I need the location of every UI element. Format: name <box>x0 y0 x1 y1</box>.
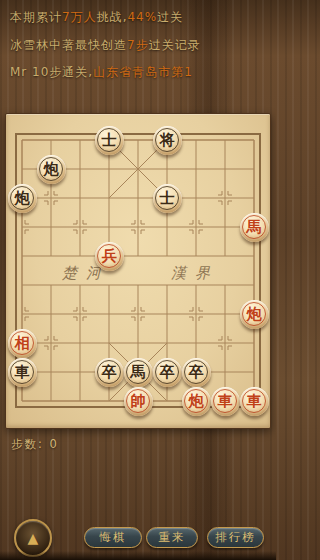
piece-black-車[interactable]: 車 <box>8 358 37 387</box>
move-counter: 步数: 0 <box>11 437 59 452</box>
restart-button[interactable]: 重来 <box>146 527 198 548</box>
stats-text: 过关 <box>157 10 183 24</box>
piece-red-兵[interactable]: 兵 <box>95 242 124 271</box>
piece-red-相[interactable]: 相 <box>8 329 37 358</box>
piece-red-炮[interactable]: 炮 <box>240 300 269 329</box>
piece-black-炮[interactable]: 炮 <box>8 184 37 213</box>
move-counter-value: 0 <box>50 437 59 451</box>
challenge-rank-line-3: Mr 10步通关,山东省青岛市第1 <box>10 64 193 81</box>
piece-red-帥[interactable]: 帥 <box>124 387 153 416</box>
challenge-stats-line-1: 本期累计7万人挑战,44%过关 <box>10 9 183 26</box>
piece-red-馬[interactable]: 馬 <box>240 213 269 242</box>
stats-highlight: 44% <box>127 10 157 24</box>
leaderboard-button[interactable]: 排行榜 <box>207 527 264 548</box>
piece-red-車[interactable]: 車 <box>240 387 269 416</box>
piece-black-馬[interactable]: 馬 <box>124 358 153 387</box>
piece-black-士[interactable]: 士 <box>153 184 182 213</box>
piece-black-卒[interactable]: 卒 <box>182 358 211 387</box>
piece-black-卒[interactable]: 卒 <box>95 358 124 387</box>
piece-black-卒[interactable]: 卒 <box>153 358 182 387</box>
challenge-record-line-2: 冰雪林中著最快创造7步过关记录 <box>10 37 201 54</box>
restart-label: 重来 <box>159 530 186 545</box>
stats-text: 本期累计 <box>10 10 62 24</box>
rank-highlight: 山东省青岛市第1 <box>93 65 193 79</box>
piece-red-車[interactable]: 車 <box>211 387 240 416</box>
piece-black-炮[interactable]: 炮 <box>37 155 66 184</box>
piece-black-士[interactable]: 士 <box>95 126 124 155</box>
piece-black-将[interactable]: 将 <box>153 126 182 155</box>
undo-move-button[interactable]: 悔棋 <box>84 527 142 548</box>
leaderboard-label: 排行榜 <box>215 530 256 545</box>
bottom-shade <box>0 551 276 560</box>
stats-text: 挑战, <box>97 10 128 24</box>
rank-text: Mr 10步通关, <box>10 65 93 79</box>
undo-label: 悔棋 <box>100 530 127 545</box>
chevron-up-icon: ▲ <box>28 530 39 546</box>
xiangqi-board[interactable]: 楚河 漢界 士将炮炮士馬兵炮相車卒馬卒卒帥炮車車 <box>5 113 271 429</box>
stats-highlight: 7万人 <box>62 10 97 24</box>
record-highlight: 7步 <box>127 38 149 52</box>
record-text: 冰雪林中著最快创造 <box>10 38 127 52</box>
piece-red-炮[interactable]: 炮 <box>182 387 211 416</box>
move-counter-label: 步数: <box>11 437 44 451</box>
river-label-han: 漢界 <box>171 264 219 283</box>
record-text: 过关记录 <box>149 38 201 52</box>
